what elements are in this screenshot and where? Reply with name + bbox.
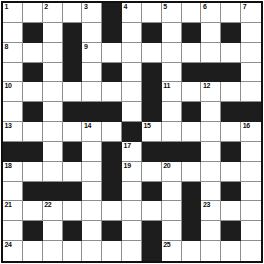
crossword-cell[interactable]: 9 [82,43,102,63]
crossword-block-cell [142,23,162,43]
crossword-cell[interactable] [241,23,261,43]
crossword-cell[interactable] [221,201,241,221]
crossword-cell[interactable] [122,221,142,241]
crossword-cell[interactable] [23,122,43,142]
crossword-cell[interactable]: 22 [43,201,63,221]
clue-number: 18 [5,162,12,170]
crossword-block-cell [162,142,182,162]
crossword-cell[interactable] [23,201,43,221]
clue-number: 4 [124,3,128,11]
crossword-block-cell [182,182,202,202]
crossword-block-cell [221,142,241,162]
crossword-cell[interactable] [182,82,202,102]
crossword-cell[interactable]: 23 [201,201,221,221]
crossword-block-cell [142,102,162,122]
clue-number: 20 [163,162,170,170]
crossword-cell[interactable]: 20 [162,162,182,182]
crossword-block-cell [221,182,241,202]
crossword-cell[interactable]: 19 [122,162,142,182]
crossword-cell[interactable] [162,221,182,241]
crossword-block-cell [142,182,162,202]
crossword-block-cell [221,23,241,43]
clue-number: 25 [163,241,170,249]
crossword-cell[interactable] [122,43,142,63]
crossword-cell[interactable] [162,201,182,221]
crossword-cell[interactable] [122,102,142,122]
crossword-block-cell [102,63,122,83]
clue-number: 6 [203,3,207,11]
crossword-cell[interactable] [63,82,83,102]
crossword-block-cell [142,142,162,162]
crossword-cell[interactable] [122,182,142,202]
crossword-cell[interactable] [241,221,261,241]
crossword-cell[interactable] [122,63,142,83]
crossword-cell[interactable] [82,241,102,261]
crossword-block-cell [63,23,83,43]
crossword-block-cell [63,43,83,63]
crossword-cell[interactable] [82,63,102,83]
crossword-cell[interactable] [201,23,221,43]
crossword-cell[interactable]: 11 [162,82,182,102]
crossword-cell[interactable] [162,102,182,122]
clue-number: 1 [5,3,9,11]
crossword-cell[interactable] [221,241,241,261]
crossword-cell[interactable] [3,63,23,83]
crossword-cell[interactable] [142,201,162,221]
crossword-cell[interactable] [162,23,182,43]
crossword-cell[interactable] [162,63,182,83]
crossword-cell[interactable] [182,162,202,182]
crossword-cell[interactable] [102,43,122,63]
clue-number: 12 [203,82,210,90]
crossword-block-cell [102,162,122,182]
crossword-cell[interactable] [23,43,43,63]
clue-number: 8 [5,43,9,51]
crossword-cell[interactable] [201,241,221,261]
crossword-block-cell [63,142,83,162]
clue-number: 16 [243,122,250,130]
clue-number: 11 [163,82,170,90]
crossword-cell[interactable]: 2 [43,3,63,23]
crossword-cell[interactable] [182,43,202,63]
crossword-cell[interactable] [122,201,142,221]
crossword-cell[interactable] [221,3,241,23]
crossword-block-cell [182,142,202,162]
clue-number: 9 [84,43,88,51]
clue-number: 10 [5,82,12,90]
crossword-cell[interactable] [43,122,63,142]
clue-number: 21 [5,201,12,209]
crossword-cell[interactable] [43,142,63,162]
crossword-cell[interactable] [241,63,261,83]
crossword-cell[interactable] [43,63,63,83]
crossword-cell[interactable] [122,241,142,261]
crossword-block-cell [102,102,122,122]
crossword-cell[interactable]: 15 [142,122,162,142]
crossword-block-cell [23,102,43,122]
crossword-cell[interactable]: 25 [162,241,182,261]
clue-number: 3 [84,3,88,11]
clue-number: 15 [143,122,150,130]
crossword-block-cell [82,102,102,122]
crossword-cell[interactable] [182,241,202,261]
crossword-cell[interactable] [201,221,221,241]
crossword-block-cell [221,63,241,83]
crossword-block-cell [142,221,162,241]
crossword-cell[interactable] [23,162,43,182]
crossword-cell[interactable] [43,43,63,63]
crossword-cell[interactable] [221,162,241,182]
crossword-cell[interactable] [241,162,261,182]
crossword-cell[interactable]: 14 [82,122,102,142]
crossword-cell[interactable] [241,82,261,102]
crossword-cell[interactable]: 6 [201,3,221,23]
crossword-block-cell [221,102,241,122]
crossword-cell[interactable] [142,3,162,23]
crossword-block-cell [182,201,202,221]
crossword-cell[interactable] [162,182,182,202]
crossword-cell[interactable]: 3 [82,3,102,23]
crossword-cell[interactable] [162,43,182,63]
crossword-cell[interactable] [43,241,63,261]
crossword-cell[interactable] [82,142,102,162]
crossword-cell[interactable] [102,241,122,261]
crossword-cell[interactable] [122,23,142,43]
crossword-cell[interactable] [241,43,261,63]
crossword-board: 1234567891011121314151617181920212223242… [1,1,263,263]
crossword-cell[interactable] [122,82,142,102]
clue-number: 5 [163,3,167,11]
crossword-cell[interactable] [201,162,221,182]
crossword-cell[interactable]: 13 [3,122,23,142]
crossword-cell[interactable] [23,3,43,23]
crossword-block-cell [63,221,83,241]
crossword-cell[interactable] [43,162,63,182]
crossword-cell[interactable] [102,201,122,221]
crossword-cell[interactable] [43,23,63,43]
crossword-cell[interactable] [63,122,83,142]
crossword-block-cell [122,122,142,142]
crossword-cell[interactable]: 16 [241,122,261,142]
clue-number: 13 [5,122,12,130]
crossword-block-cell [23,23,43,43]
clue-number: 24 [5,241,12,249]
crossword-block-cell [63,102,83,122]
crossword-cell[interactable]: 8 [3,43,23,63]
crossword-cell[interactable] [241,241,261,261]
crossword-block-cell [102,182,122,202]
crossword-cell[interactable]: 1 [3,3,23,23]
crossword-cell[interactable] [201,182,221,202]
clue-number: 23 [203,201,210,209]
crossword-block-cell [63,182,83,202]
crossword-cell[interactable] [82,23,102,43]
clue-number: 7 [243,3,247,11]
crossword-cell[interactable] [82,162,102,182]
crossword-cell[interactable]: 24 [3,241,23,261]
crossword-cell[interactable]: 12 [201,82,221,102]
crossword-cell[interactable] [43,102,63,122]
crossword-cell[interactable] [221,43,241,63]
crossword-block-cell [102,142,122,162]
crossword-cell[interactable] [241,142,261,162]
clue-number: 17 [124,142,131,150]
crossword-cell[interactable] [142,162,162,182]
crossword-block-cell [102,221,122,241]
crossword-block-cell [102,3,122,23]
crossword-block-cell [142,82,162,102]
crossword-cell[interactable] [82,201,102,221]
crossword-cell[interactable] [221,82,241,102]
crossword-cell[interactable] [182,3,202,23]
crossword-cell[interactable] [23,82,43,102]
crossword-block-cell [142,241,162,261]
crossword-block-cell [182,23,202,43]
crossword-cell[interactable] [43,82,63,102]
crossword-block-cell [43,182,63,202]
crossword-cell[interactable] [201,43,221,63]
crossword-cell[interactable]: 5 [162,3,182,23]
crossword-cell[interactable] [241,201,261,221]
crossword-cell[interactable] [3,182,23,202]
crossword-cell[interactable] [82,182,102,202]
crossword-cell[interactable]: 10 [3,82,23,102]
crossword-cell[interactable] [102,122,122,142]
crossword-block-cell [142,63,162,83]
crossword-block-cell [182,63,202,83]
crossword-cell[interactable] [82,221,102,241]
clue-number: 14 [84,122,91,130]
crossword-cell[interactable] [63,241,83,261]
crossword-cell[interactable] [182,122,202,142]
crossword-block-cell [23,221,43,241]
crossword-block-cell [201,63,221,83]
crossword-block-cell [23,63,43,83]
crossword-cell[interactable] [201,122,221,142]
crossword-cell[interactable] [3,23,23,43]
crossword-cell[interactable]: 7 [241,3,261,23]
crossword-cell[interactable] [82,82,102,102]
crossword-cell[interactable] [23,241,43,261]
crossword-cell[interactable] [201,102,221,122]
crossword-cell[interactable] [221,122,241,142]
crossword-cell[interactable]: 4 [122,3,142,23]
crossword-cell[interactable] [142,43,162,63]
crossword-block-cell [182,102,202,122]
crossword-cell[interactable] [63,162,83,182]
crossword-cell[interactable]: 21 [3,201,23,221]
crossword-block-cell [182,221,202,241]
crossword-cell[interactable] [201,142,221,162]
crossword-block-cell [63,63,83,83]
crossword-cell[interactable] [43,221,63,241]
crossword-cell[interactable] [241,182,261,202]
crossword-cell[interactable] [63,3,83,23]
crossword-block-cell [3,142,23,162]
crossword-cell[interactable]: 17 [122,142,142,162]
crossword-cell[interactable] [63,201,83,221]
clue-number: 19 [124,162,131,170]
clue-number: 2 [44,3,48,11]
crossword-block-cell [23,182,43,202]
clue-number: 22 [44,201,51,209]
crossword-cell[interactable] [102,82,122,102]
crossword-cell[interactable] [162,122,182,142]
crossword-block-cell [102,23,122,43]
crossword-block-cell [23,142,43,162]
crossword-block-cell [241,102,261,122]
crossword-cell[interactable] [3,102,23,122]
crossword-cell[interactable] [3,221,23,241]
crossword-cell[interactable]: 18 [3,162,23,182]
crossword-block-cell [221,221,241,241]
